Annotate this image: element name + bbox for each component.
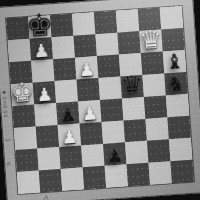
- white-pawn-b5: ♟: [36, 85, 53, 104]
- square-d2: [81, 144, 104, 167]
- square-g1: [148, 161, 171, 184]
- square-h4: [166, 94, 189, 117]
- square-h6: ♝: [163, 50, 186, 73]
- square-g2: [147, 139, 170, 162]
- square-h5: ♞: [164, 72, 187, 95]
- square-e5: [98, 77, 121, 100]
- square-c5: [55, 80, 78, 103]
- square-a2: [15, 148, 38, 171]
- square-c6: [53, 58, 76, 81]
- square-g5: [142, 73, 165, 96]
- square-f3: [123, 119, 146, 142]
- board-border: ◆ CHESS 1 6 △ ♚♟♛♟♝♚♟♛♞♟♟♟♟: [0, 0, 200, 200]
- rank-label-6: 6: [6, 162, 13, 166]
- square-a1: [17, 170, 40, 193]
- square-g3: [145, 117, 168, 140]
- square-h2: [169, 138, 192, 161]
- square-f7: [117, 31, 140, 54]
- square-d8: [72, 12, 95, 35]
- brand-diamond-icon: ◆: [2, 89, 6, 95]
- white-king-a5: ♚: [10, 79, 35, 107]
- square-c3: ♟: [58, 123, 81, 146]
- black-bishop-h6: ♝: [164, 51, 184, 73]
- square-f4: [122, 97, 145, 120]
- square-h7: [161, 28, 184, 51]
- triangle-logo-icon: △: [42, 193, 50, 200]
- square-c7: [52, 36, 75, 59]
- white-pawn-d4: ♟: [81, 104, 98, 123]
- brand-label: CHESS: [2, 96, 10, 118]
- square-e2: ♟: [103, 142, 126, 165]
- chess-photo-scene: ◆ CHESS 1 6 △ ♚♟♛♟♝♚♟♛♞♟♟♟♟: [0, 0, 200, 200]
- square-c2: [59, 145, 82, 168]
- square-a4: [12, 105, 35, 128]
- square-c1: [61, 167, 84, 190]
- black-pawn-e3: ♟: [106, 147, 123, 166]
- square-b4: [34, 103, 57, 126]
- square-g6: [141, 52, 164, 75]
- square-b3: [36, 125, 59, 148]
- square-f2: [125, 141, 148, 164]
- square-f5: ♛: [120, 75, 143, 98]
- rank-label-1: 1: [5, 138, 12, 142]
- square-g7: ♛: [139, 30, 162, 53]
- square-d1: [83, 166, 106, 189]
- square-f1: [127, 163, 150, 186]
- black-pawn-c4: ♟: [59, 106, 76, 125]
- square-e1: [105, 164, 128, 187]
- chess-board: ◆ CHESS 1 6 △ ♚♟♛♟♝♚♟♛♞♟♟♟♟: [0, 0, 200, 200]
- square-d6: ♟: [75, 56, 98, 79]
- square-b6: [31, 59, 54, 82]
- square-a3: [14, 127, 37, 150]
- square-d5: [77, 78, 100, 101]
- square-e6: [97, 55, 120, 78]
- square-d3: [80, 122, 103, 145]
- square-c4: ♟: [56, 102, 79, 125]
- black-queen-f5: ♛: [120, 72, 144, 99]
- square-e8: [94, 11, 117, 34]
- square-b2: [37, 147, 60, 170]
- square-d7: [73, 34, 96, 57]
- square-g4: [144, 95, 167, 118]
- square-b1: [39, 169, 62, 192]
- white-queen-g7: ♛: [139, 27, 163, 54]
- black-knight-h5: ♞: [166, 73, 186, 95]
- square-f8: [116, 9, 139, 32]
- square-h1: [170, 160, 193, 183]
- white-pawn-c3: ♟: [61, 128, 78, 147]
- white-pawn-b7: ♟: [33, 41, 50, 60]
- square-e3: [102, 120, 125, 143]
- square-e4: [100, 98, 123, 121]
- square-d4: ♟: [78, 100, 101, 123]
- square-h3: [167, 116, 190, 139]
- board-grid: ♚♟♛♟♝♚♟♛♞♟♟♟♟: [6, 6, 194, 194]
- square-h8: [160, 6, 183, 29]
- square-b8: ♚: [28, 15, 51, 38]
- black-king-b8: ♚: [25, 9, 55, 42]
- square-a5: ♚: [11, 83, 34, 106]
- square-e7: [95, 33, 118, 56]
- square-b5: ♟: [33, 81, 56, 104]
- white-pawn-d6: ♟: [78, 60, 95, 79]
